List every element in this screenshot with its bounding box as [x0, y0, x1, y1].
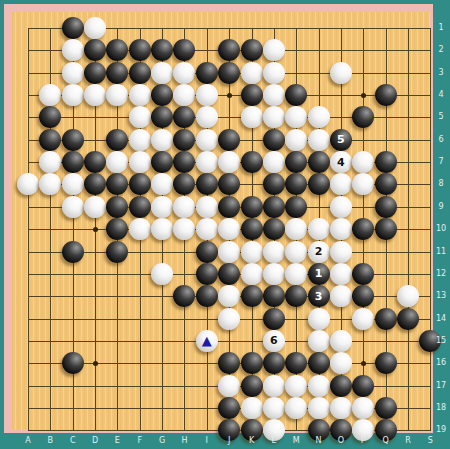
black-stone-L9[interactable]: [263, 196, 285, 218]
move-number-label: 4: [337, 157, 345, 168]
white-stone-J11[interactable]: [218, 241, 240, 263]
black-stone-H7[interactable]: [173, 151, 195, 173]
white-stone-H10[interactable]: [173, 218, 195, 240]
white-stone-L5[interactable]: [263, 106, 285, 128]
column-label-K: K: [249, 437, 254, 445]
black-stone-N7[interactable]: [308, 151, 330, 173]
row-label-17: 17: [436, 382, 446, 390]
white-stone-L12[interactable]: [263, 263, 285, 285]
black-stone-H13[interactable]: [173, 285, 195, 307]
black-stone-N8[interactable]: [308, 173, 330, 195]
black-stone-Q10[interactable]: [375, 218, 397, 240]
white-stone-I15[interactable]: ▲: [196, 330, 218, 352]
column-label-J: J: [228, 437, 230, 445]
column-label-N: N: [316, 437, 322, 445]
white-stone-R13[interactable]: [397, 285, 419, 307]
row-label-9: 9: [438, 203, 443, 211]
black-stone-B5[interactable]: [39, 106, 61, 128]
white-stone-D4[interactable]: [84, 84, 106, 106]
column-label-A: A: [25, 437, 30, 445]
black-stone-M8[interactable]: [285, 173, 307, 195]
row-label-8: 8: [438, 180, 443, 188]
row-label-2: 2: [438, 46, 443, 54]
black-stone-N13[interactable]: 3: [308, 285, 330, 307]
go-board-widget: 54213▲6 ABCDEFGHIJKLMNOPQRS 123456789101…: [0, 0, 450, 449]
white-stone-F4[interactable]: [129, 84, 151, 106]
black-stone-R14[interactable]: [397, 308, 419, 330]
black-stone-K4[interactable]: [241, 84, 263, 106]
black-stone-M7[interactable]: [285, 151, 307, 173]
row-label-12: 12: [436, 270, 446, 278]
black-stone-J2[interactable]: [218, 39, 240, 61]
goban-surface[interactable]: 54213▲6: [12, 12, 430, 430]
black-stone-J6[interactable]: [218, 129, 240, 151]
white-stone-P8[interactable]: [352, 173, 374, 195]
white-stone-B7[interactable]: [39, 151, 61, 173]
white-stone-L3[interactable]: [263, 62, 285, 84]
black-stone-H2[interactable]: [173, 39, 195, 61]
black-stone-I12[interactable]: [196, 263, 218, 285]
board-frame: 54213▲6: [4, 4, 433, 433]
black-stone-F3[interactable]: [129, 62, 151, 84]
white-stone-K12[interactable]: [241, 263, 263, 285]
white-stone-M12[interactable]: [285, 263, 307, 285]
black-stone-G4[interactable]: [151, 84, 173, 106]
white-stone-N10[interactable]: [308, 218, 330, 240]
black-stone-I8[interactable]: [196, 173, 218, 195]
black-stone-D8[interactable]: [84, 173, 106, 195]
black-stone-E9[interactable]: [106, 196, 128, 218]
white-stone-K18[interactable]: [241, 397, 263, 419]
white-stone-O7[interactable]: 4: [330, 151, 352, 173]
row-label-1: 1: [438, 24, 443, 32]
black-stone-I3[interactable]: [196, 62, 218, 84]
move-number-label: 3: [315, 291, 323, 302]
black-stone-B6[interactable]: [39, 129, 61, 151]
white-stone-G3[interactable]: [151, 62, 173, 84]
grid-line-vertical: [408, 28, 409, 431]
grid-line-vertical: [430, 28, 431, 431]
white-stone-O11[interactable]: [330, 241, 352, 263]
black-stone-Q14[interactable]: [375, 308, 397, 330]
white-stone-D9[interactable]: [84, 196, 106, 218]
white-stone-O18[interactable]: [330, 397, 352, 419]
black-stone-F2[interactable]: [129, 39, 151, 61]
white-stone-G8[interactable]: [151, 173, 173, 195]
black-stone-Q8[interactable]: [375, 173, 397, 195]
white-stone-M17[interactable]: [285, 375, 307, 397]
white-stone-O16[interactable]: [330, 352, 352, 374]
column-label-R: R: [405, 437, 411, 445]
white-stone-O3[interactable]: [330, 62, 352, 84]
white-stone-M10[interactable]: [285, 218, 307, 240]
black-stone-J9[interactable]: [218, 196, 240, 218]
white-stone-N5[interactable]: [308, 106, 330, 128]
white-stone-G6[interactable]: [151, 129, 173, 151]
white-stone-G12[interactable]: [151, 263, 173, 285]
black-stone-K17[interactable]: [241, 375, 263, 397]
white-stone-H3[interactable]: [173, 62, 195, 84]
black-stone-I11[interactable]: [196, 241, 218, 263]
row-label-7: 7: [438, 158, 443, 166]
white-stone-M18[interactable]: [285, 397, 307, 419]
black-stone-D3[interactable]: [84, 62, 106, 84]
star-point: [227, 93, 232, 98]
black-stone-K13[interactable]: [241, 285, 263, 307]
black-stone-E6[interactable]: [106, 129, 128, 151]
white-stone-N17[interactable]: [308, 375, 330, 397]
black-stone-E10[interactable]: [106, 218, 128, 240]
column-label-P: P: [361, 437, 366, 445]
black-stone-O17[interactable]: [330, 375, 352, 397]
white-stone-C8[interactable]: [62, 173, 84, 195]
row-label-10: 10: [436, 225, 446, 233]
black-stone-J8[interactable]: [218, 173, 240, 195]
black-stone-G2[interactable]: [151, 39, 173, 61]
black-stone-J16[interactable]: [218, 352, 240, 374]
row-label-14: 14: [436, 315, 446, 323]
white-stone-O12[interactable]: [330, 263, 352, 285]
white-stone-E7[interactable]: [106, 151, 128, 173]
white-stone-A8[interactable]: [17, 173, 39, 195]
black-stone-L8[interactable]: [263, 173, 285, 195]
row-label-3: 3: [438, 69, 443, 77]
white-stone-L18[interactable]: [263, 397, 285, 419]
white-stone-I9[interactable]: [196, 196, 218, 218]
column-label-E: E: [115, 437, 120, 445]
move-number-label: 6: [270, 335, 278, 346]
black-stone-E11[interactable]: [106, 241, 128, 263]
white-stone-F6[interactable]: [129, 129, 151, 151]
column-label-L: L: [272, 437, 276, 445]
white-stone-L4[interactable]: [263, 84, 285, 106]
white-stone-F7[interactable]: [129, 151, 151, 173]
black-stone-P13[interactable]: [352, 285, 374, 307]
black-stone-C11[interactable]: [62, 241, 84, 263]
black-stone-K16[interactable]: [241, 352, 263, 374]
black-stone-L16[interactable]: [263, 352, 285, 374]
white-stone-O8[interactable]: [330, 173, 352, 195]
white-stone-I10[interactable]: [196, 218, 218, 240]
white-stone-M5[interactable]: [285, 106, 307, 128]
black-stone-E8[interactable]: [106, 173, 128, 195]
move-number-label: 1: [315, 268, 323, 279]
white-stone-B8[interactable]: [39, 173, 61, 195]
column-label-F: F: [137, 437, 142, 445]
black-stone-J3[interactable]: [218, 62, 240, 84]
black-stone-Q9[interactable]: [375, 196, 397, 218]
row-label-15: 15: [436, 337, 446, 345]
row-label-6: 6: [438, 136, 443, 144]
black-stone-L14[interactable]: [263, 308, 285, 330]
row-label-13: 13: [436, 292, 446, 300]
black-stone-Q7[interactable]: [375, 151, 397, 173]
white-stone-L2[interactable]: [263, 39, 285, 61]
move-number-label: 5: [337, 134, 345, 145]
white-stone-P7[interactable]: [352, 151, 374, 173]
white-stone-L17[interactable]: [263, 375, 285, 397]
row-label-16: 16: [436, 359, 446, 367]
white-stone-K11[interactable]: [241, 241, 263, 263]
black-stone-F8[interactable]: [129, 173, 151, 195]
black-stone-C16[interactable]: [62, 352, 84, 374]
white-stone-C2[interactable]: [62, 39, 84, 61]
black-stone-P10[interactable]: [352, 218, 374, 240]
black-stone-E2[interactable]: [106, 39, 128, 61]
black-stone-I13[interactable]: [196, 285, 218, 307]
white-stone-E4[interactable]: [106, 84, 128, 106]
column-label-Q: Q: [382, 437, 388, 445]
white-stone-C4[interactable]: [62, 84, 84, 106]
white-stone-L7[interactable]: [263, 151, 285, 173]
black-stone-O6[interactable]: 5: [330, 129, 352, 151]
black-stone-J18[interactable]: [218, 397, 240, 419]
black-stone-N12[interactable]: 1: [308, 263, 330, 285]
black-stone-D7[interactable]: [84, 151, 106, 173]
black-stone-C7[interactable]: [62, 151, 84, 173]
black-stone-H5[interactable]: [173, 106, 195, 128]
black-stone-P17[interactable]: [352, 375, 374, 397]
grid-line-horizontal: [28, 341, 431, 342]
black-stone-M13[interactable]: [285, 285, 307, 307]
column-label-I: I: [206, 437, 208, 445]
white-stone-N6[interactable]: [308, 129, 330, 151]
black-stone-G5[interactable]: [151, 106, 173, 128]
black-stone-F9[interactable]: [129, 196, 151, 218]
black-stone-Q18[interactable]: [375, 397, 397, 419]
triangle-marker: ▲: [202, 334, 212, 347]
black-stone-H6[interactable]: [173, 129, 195, 151]
white-stone-J17[interactable]: [218, 375, 240, 397]
black-stone-L10[interactable]: [263, 218, 285, 240]
white-stone-P18[interactable]: [352, 397, 374, 419]
star-point: [361, 361, 366, 366]
row-label-5: 5: [438, 113, 443, 121]
white-stone-B4[interactable]: [39, 84, 61, 106]
black-stone-M16[interactable]: [285, 352, 307, 374]
white-stone-I4[interactable]: [196, 84, 218, 106]
column-label-G: G: [159, 437, 165, 445]
white-stone-P14[interactable]: [352, 308, 374, 330]
white-stone-I5[interactable]: [196, 106, 218, 128]
black-stone-N16[interactable]: [308, 352, 330, 374]
black-stone-H8[interactable]: [173, 173, 195, 195]
white-stone-M11[interactable]: [285, 241, 307, 263]
white-stone-O13[interactable]: [330, 285, 352, 307]
white-stone-H9[interactable]: [173, 196, 195, 218]
white-stone-J10[interactable]: [218, 218, 240, 240]
white-stone-M6[interactable]: [285, 129, 307, 151]
black-stone-M9[interactable]: [285, 196, 307, 218]
white-stone-I6[interactable]: [196, 129, 218, 151]
white-stone-N11[interactable]: 2: [308, 241, 330, 263]
black-stone-C1[interactable]: [62, 17, 84, 39]
row-label-4: 4: [438, 91, 443, 99]
black-stone-K10[interactable]: [241, 218, 263, 240]
white-stone-G9[interactable]: [151, 196, 173, 218]
black-stone-E3[interactable]: [106, 62, 128, 84]
column-label-D: D: [92, 437, 98, 445]
column-label-B: B: [48, 437, 54, 445]
row-label-18: 18: [436, 404, 446, 412]
black-stone-M4[interactable]: [285, 84, 307, 106]
white-stone-I7[interactable]: [196, 151, 218, 173]
black-stone-J12[interactable]: [218, 263, 240, 285]
star-point: [93, 227, 98, 232]
white-stone-N15[interactable]: [308, 330, 330, 352]
black-stone-D2[interactable]: [84, 39, 106, 61]
white-stone-N14[interactable]: [308, 308, 330, 330]
black-stone-P12[interactable]: [352, 263, 374, 285]
white-stone-O10[interactable]: [330, 218, 352, 240]
white-stone-K5[interactable]: [241, 106, 263, 128]
white-stone-N18[interactable]: [308, 397, 330, 419]
black-stone-Q4[interactable]: [375, 84, 397, 106]
black-stone-Q16[interactable]: [375, 352, 397, 374]
column-label-S: S: [428, 437, 433, 445]
white-stone-J13[interactable]: [218, 285, 240, 307]
black-stone-C6[interactable]: [62, 129, 84, 151]
white-stone-F5[interactable]: [129, 106, 151, 128]
white-stone-J7[interactable]: [218, 151, 240, 173]
white-stone-H4[interactable]: [173, 84, 195, 106]
white-stone-O9[interactable]: [330, 196, 352, 218]
column-label-O: O: [338, 437, 344, 445]
white-stone-G10[interactable]: [151, 218, 173, 240]
column-label-H: H: [181, 437, 187, 445]
black-stone-L6[interactable]: [263, 129, 285, 151]
column-label-C: C: [70, 437, 76, 445]
white-stone-K3[interactable]: [241, 62, 263, 84]
column-label-M: M: [293, 437, 300, 445]
white-stone-O15[interactable]: [330, 330, 352, 352]
move-number-label: 2: [315, 246, 323, 257]
row-label-19: 19: [436, 426, 446, 434]
white-stone-C3[interactable]: [62, 62, 84, 84]
star-point: [361, 93, 366, 98]
black-stone-K7[interactable]: [241, 151, 263, 173]
star-point: [93, 361, 98, 366]
black-stone-G7[interactable]: [151, 151, 173, 173]
white-stone-C9[interactable]: [62, 196, 84, 218]
black-stone-K2[interactable]: [241, 39, 263, 61]
black-stone-K9[interactable]: [241, 196, 263, 218]
black-stone-L13[interactable]: [263, 285, 285, 307]
white-stone-F10[interactable]: [129, 218, 151, 240]
row-label-11: 11: [436, 248, 446, 256]
black-stone-P5[interactable]: [352, 106, 374, 128]
white-stone-L11[interactable]: [263, 241, 285, 263]
white-stone-L15[interactable]: 6: [263, 330, 285, 352]
white-stone-D1[interactable]: [84, 17, 106, 39]
white-stone-J14[interactable]: [218, 308, 240, 330]
